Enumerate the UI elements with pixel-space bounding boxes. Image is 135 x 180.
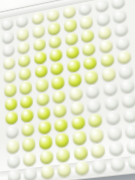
well-r8c8 bbox=[121, 93, 135, 109]
well-r4c3 bbox=[33, 50, 47, 65]
well-r1c3 bbox=[31, 11, 44, 25]
well-r8c2 bbox=[21, 108, 35, 123]
well-r7c2 bbox=[20, 94, 34, 109]
well-r9c2 bbox=[21, 122, 35, 137]
well-r10c1 bbox=[6, 139, 20, 154]
well-r6c4 bbox=[51, 75, 65, 90]
well-r9c6 bbox=[88, 113, 103, 129]
well-r2c2 bbox=[16, 27, 29, 41]
well-r9c8 bbox=[123, 108, 135, 124]
well-r10c2 bbox=[22, 136, 36, 151]
well-r9c1 bbox=[5, 124, 19, 139]
well-r11c6 bbox=[90, 142, 106, 158]
well-r8c4 bbox=[53, 103, 68, 118]
well-r6c1 bbox=[4, 83, 17, 98]
well-r3c4 bbox=[48, 34, 62, 49]
well-r2c8 bbox=[112, 8, 127, 23]
well-r7c1 bbox=[4, 96, 17, 111]
well-r2c6 bbox=[79, 15, 93, 30]
well-r5c3 bbox=[34, 64, 48, 79]
well-r6c6 bbox=[84, 69, 99, 84]
well-r7c6 bbox=[85, 84, 100, 100]
well-r4c8 bbox=[115, 36, 130, 51]
well-r7c5 bbox=[68, 86, 83, 101]
well-r4c7 bbox=[98, 39, 113, 54]
photo-lab-bench bbox=[0, 0, 135, 180]
well-r10c6 bbox=[89, 127, 105, 143]
well-grid bbox=[0, 0, 135, 167]
well-r5c8 bbox=[117, 50, 133, 66]
well-r8c6 bbox=[86, 98, 101, 114]
microplate-96-well bbox=[0, 0, 135, 180]
well-r8c3 bbox=[37, 105, 51, 120]
well-r1c2 bbox=[16, 14, 29, 28]
well-r8c7 bbox=[104, 95, 120, 111]
well-r9c7 bbox=[105, 110, 121, 126]
well-r4c4 bbox=[49, 48, 63, 63]
well-r1c8 bbox=[111, 0, 126, 10]
well-r9c5 bbox=[71, 115, 86, 131]
well-r3c1 bbox=[2, 43, 15, 57]
well-r11c1 bbox=[6, 153, 20, 168]
well-r11c7 bbox=[108, 140, 124, 156]
well-r2c3 bbox=[32, 24, 45, 39]
well-r7c3 bbox=[36, 91, 50, 106]
well-r2c1 bbox=[1, 30, 14, 44]
well-r5c5 bbox=[66, 58, 81, 73]
well-r11c2 bbox=[23, 151, 37, 166]
well-r4c5 bbox=[65, 45, 79, 60]
well-r3c7 bbox=[97, 25, 112, 40]
well-r8c1 bbox=[5, 110, 18, 125]
well-r11c5 bbox=[73, 145, 88, 161]
well-r10c3 bbox=[38, 134, 52, 149]
well-r10c8 bbox=[124, 123, 135, 139]
well-r3c2 bbox=[17, 40, 30, 55]
well-r1c7 bbox=[94, 0, 109, 13]
well-r4c6 bbox=[82, 42, 97, 57]
well-r9c4 bbox=[54, 117, 69, 133]
well-r3c6 bbox=[80, 28, 95, 43]
well-r2c4 bbox=[47, 21, 61, 36]
well-r4c1 bbox=[2, 56, 15, 71]
well-r3c3 bbox=[33, 37, 47, 52]
well-r5c4 bbox=[50, 61, 64, 76]
well-r7c8 bbox=[120, 78, 135, 94]
well-r8c5 bbox=[70, 100, 85, 116]
well-r1c1 bbox=[1, 17, 14, 31]
well-r6c7 bbox=[101, 67, 116, 83]
well-r7c4 bbox=[52, 89, 66, 104]
well-r1c6 bbox=[78, 2, 92, 17]
well-r10c5 bbox=[72, 130, 87, 146]
well-r2c7 bbox=[96, 12, 111, 27]
well-r10c7 bbox=[107, 125, 123, 141]
well-r1c5 bbox=[62, 5, 76, 20]
well-r5c6 bbox=[83, 55, 98, 70]
well-r5c7 bbox=[100, 53, 115, 68]
microplate-wrapper bbox=[0, 0, 135, 180]
well-r7c7 bbox=[102, 81, 118, 97]
well-r6c8 bbox=[118, 64, 134, 80]
well-r1c4 bbox=[47, 8, 61, 23]
well-r11c8 bbox=[126, 138, 135, 154]
well-r6c3 bbox=[35, 78, 49, 93]
well-r6c2 bbox=[19, 80, 33, 95]
well-r5c1 bbox=[3, 69, 16, 84]
well-r6c5 bbox=[67, 72, 82, 87]
well-r10c4 bbox=[55, 132, 70, 148]
well-r4c2 bbox=[18, 53, 31, 68]
well-r12c1 bbox=[7, 168, 21, 180]
well-r5c2 bbox=[18, 67, 31, 82]
well-r2c5 bbox=[63, 18, 77, 33]
well-r11c4 bbox=[56, 147, 71, 163]
well-r3c5 bbox=[64, 31, 78, 46]
well-r11c3 bbox=[39, 149, 54, 165]
well-r9c3 bbox=[37, 120, 51, 135]
well-r3c8 bbox=[114, 22, 129, 37]
